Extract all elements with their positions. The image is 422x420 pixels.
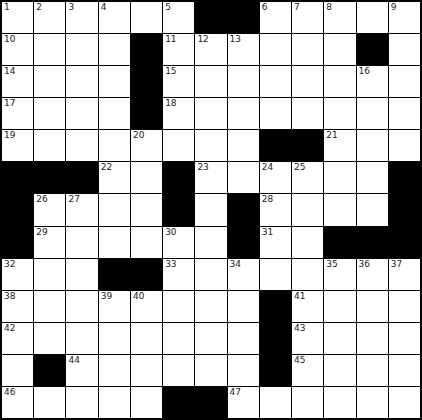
white-cell[interactable] xyxy=(389,291,420,322)
white-cell[interactable] xyxy=(389,34,420,65)
white-cell[interactable] xyxy=(131,355,162,386)
white-cell[interactable] xyxy=(99,387,130,418)
white-cell[interactable] xyxy=(131,323,162,354)
black-cell xyxy=(34,162,65,193)
clue-number: 18 xyxy=(165,99,176,108)
white-cell[interactable] xyxy=(195,227,226,258)
clue-number: 28 xyxy=(262,195,273,204)
clue-number: 38 xyxy=(4,292,15,301)
clue-number: 46 xyxy=(4,388,15,397)
white-cell[interactable] xyxy=(357,323,388,354)
white-cell[interactable]: 41 xyxy=(292,291,323,322)
clue-number: 2 xyxy=(36,3,42,12)
clue-number: 44 xyxy=(68,356,79,365)
black-cell xyxy=(131,66,162,97)
white-cell[interactable] xyxy=(131,2,162,33)
white-cell[interactable] xyxy=(195,355,226,386)
white-cell[interactable]: 24 xyxy=(260,162,291,193)
black-cell xyxy=(2,227,33,258)
white-cell[interactable]: 46 xyxy=(2,387,33,418)
white-cell[interactable] xyxy=(357,355,388,386)
clue-number: 42 xyxy=(4,324,15,333)
white-cell[interactable]: 45 xyxy=(292,355,323,386)
black-cell xyxy=(228,227,259,258)
white-cell[interactable] xyxy=(195,98,226,129)
white-cell[interactable] xyxy=(195,291,226,322)
clue-number: 19 xyxy=(4,131,15,140)
clue-number: 33 xyxy=(165,260,176,269)
white-cell[interactable] xyxy=(66,66,97,97)
clue-number: 9 xyxy=(391,3,397,12)
white-cell[interactable]: 26 xyxy=(34,194,65,225)
white-cell[interactable]: 37 xyxy=(389,259,420,290)
black-cell xyxy=(131,34,162,65)
black-cell xyxy=(195,387,226,418)
clue-number: 30 xyxy=(165,228,176,237)
white-cell[interactable] xyxy=(195,130,226,161)
clue-number: 36 xyxy=(359,260,370,269)
white-cell[interactable]: 12 xyxy=(195,34,226,65)
white-cell[interactable]: 20 xyxy=(131,130,162,161)
black-cell xyxy=(99,259,130,290)
white-cell[interactable] xyxy=(228,323,259,354)
clue-number: 41 xyxy=(294,292,305,301)
clue-number: 47 xyxy=(230,388,241,397)
white-cell[interactable] xyxy=(389,98,420,129)
clue-number: 35 xyxy=(326,260,337,269)
white-cell[interactable]: 11 xyxy=(163,34,194,65)
black-cell xyxy=(324,227,355,258)
clue-number: 22 xyxy=(101,163,112,172)
white-cell[interactable] xyxy=(34,98,65,129)
black-cell xyxy=(163,162,194,193)
clue-number: 13 xyxy=(230,35,241,44)
clue-number: 25 xyxy=(294,163,305,172)
black-cell xyxy=(228,2,259,33)
clue-number: 6 xyxy=(262,3,268,12)
white-cell[interactable] xyxy=(66,387,97,418)
white-cell[interactable] xyxy=(357,162,388,193)
white-cell[interactable]: 8 xyxy=(324,2,355,33)
clue-number: 5 xyxy=(165,3,171,12)
white-cell[interactable] xyxy=(34,259,65,290)
white-cell[interactable] xyxy=(99,98,130,129)
clue-number: 10 xyxy=(4,35,15,44)
white-cell[interactable]: 16 xyxy=(357,66,388,97)
white-cell[interactable] xyxy=(34,34,65,65)
white-cell[interactable] xyxy=(34,323,65,354)
black-cell xyxy=(66,162,97,193)
clue-number: 12 xyxy=(197,35,208,44)
black-cell xyxy=(2,194,33,225)
black-cell xyxy=(292,130,323,161)
white-cell[interactable] xyxy=(357,194,388,225)
clue-number: 43 xyxy=(294,324,305,333)
black-cell xyxy=(34,355,65,386)
clue-number: 32 xyxy=(4,260,15,269)
white-cell[interactable] xyxy=(99,194,130,225)
clue-number: 15 xyxy=(165,67,176,76)
white-cell[interactable] xyxy=(357,98,388,129)
clue-number: 17 xyxy=(4,99,15,108)
black-cell xyxy=(260,291,291,322)
white-cell[interactable] xyxy=(195,66,226,97)
white-cell[interactable]: 33 xyxy=(163,259,194,290)
white-cell[interactable]: 38 xyxy=(2,291,33,322)
clue-number: 26 xyxy=(36,195,47,204)
clue-number: 29 xyxy=(36,228,47,237)
white-cell[interactable]: 44 xyxy=(66,355,97,386)
black-cell xyxy=(163,194,194,225)
clue-number: 31 xyxy=(262,228,273,237)
white-cell[interactable] xyxy=(99,66,130,97)
white-cell[interactable] xyxy=(99,130,130,161)
clue-number: 37 xyxy=(391,260,402,269)
white-cell[interactable] xyxy=(195,194,226,225)
white-cell[interactable] xyxy=(66,259,97,290)
clue-number: 11 xyxy=(165,35,176,44)
white-cell[interactable] xyxy=(260,387,291,418)
clue-number: 23 xyxy=(197,163,208,172)
white-cell[interactable] xyxy=(34,387,65,418)
clue-number: 1 xyxy=(4,3,10,12)
white-cell[interactable] xyxy=(292,194,323,225)
crossword-grid: 1234567891011121314151617181920212223242… xyxy=(0,0,422,420)
white-cell[interactable]: 13 xyxy=(228,34,259,65)
black-cell xyxy=(131,98,162,129)
white-cell[interactable] xyxy=(389,66,420,97)
white-cell[interactable] xyxy=(99,34,130,65)
white-cell[interactable] xyxy=(389,323,420,354)
white-cell[interactable] xyxy=(66,34,97,65)
white-cell[interactable] xyxy=(292,98,323,129)
white-cell[interactable] xyxy=(34,130,65,161)
white-cell[interactable] xyxy=(195,259,226,290)
white-cell[interactable] xyxy=(163,323,194,354)
white-cell[interactable]: 7 xyxy=(292,2,323,33)
white-cell[interactable]: 39 xyxy=(99,291,130,322)
white-cell[interactable] xyxy=(163,355,194,386)
white-cell[interactable] xyxy=(228,162,259,193)
black-cell xyxy=(131,259,162,290)
white-cell[interactable] xyxy=(34,291,65,322)
white-cell[interactable] xyxy=(131,194,162,225)
clue-number: 7 xyxy=(294,3,300,12)
clue-number: 20 xyxy=(133,131,144,140)
white-cell[interactable] xyxy=(324,355,355,386)
white-cell[interactable]: 29 xyxy=(34,227,65,258)
clue-number: 24 xyxy=(262,163,273,172)
white-cell[interactable] xyxy=(357,130,388,161)
black-cell xyxy=(228,194,259,225)
white-cell[interactable] xyxy=(292,227,323,258)
white-cell[interactable] xyxy=(260,98,291,129)
white-cell[interactable]: 14 xyxy=(2,66,33,97)
black-cell xyxy=(260,355,291,386)
white-cell[interactable]: 47 xyxy=(228,387,259,418)
white-cell[interactable] xyxy=(228,66,259,97)
white-cell[interactable]: 42 xyxy=(2,323,33,354)
white-cell[interactable] xyxy=(228,98,259,129)
white-cell[interactable] xyxy=(324,66,355,97)
white-cell[interactable] xyxy=(66,130,97,161)
black-cell xyxy=(260,323,291,354)
white-cell[interactable] xyxy=(357,387,388,418)
white-cell[interactable]: 32 xyxy=(2,259,33,290)
black-cell xyxy=(357,227,388,258)
black-cell xyxy=(2,162,33,193)
white-cell[interactable]: 19 xyxy=(2,130,33,161)
white-cell[interactable]: 21 xyxy=(324,130,355,161)
white-cell[interactable]: 31 xyxy=(260,227,291,258)
white-cell[interactable] xyxy=(324,98,355,129)
white-cell[interactable] xyxy=(292,66,323,97)
white-cell[interactable] xyxy=(99,355,130,386)
clue-number: 16 xyxy=(359,67,370,76)
white-cell[interactable] xyxy=(292,259,323,290)
white-cell[interactable]: 36 xyxy=(357,259,388,290)
white-cell[interactable]: 6 xyxy=(260,2,291,33)
white-cell[interactable] xyxy=(389,130,420,161)
white-cell[interactable]: 18 xyxy=(163,98,194,129)
white-cell[interactable]: 35 xyxy=(324,259,355,290)
white-cell[interactable]: 28 xyxy=(260,194,291,225)
white-cell[interactable] xyxy=(131,387,162,418)
white-cell[interactable]: 23 xyxy=(195,162,226,193)
white-cell[interactable] xyxy=(228,291,259,322)
white-cell[interactable]: 5 xyxy=(163,2,194,33)
white-cell[interactable] xyxy=(357,291,388,322)
clue-number: 45 xyxy=(294,356,305,365)
clue-number: 40 xyxy=(133,292,144,301)
clue-number: 8 xyxy=(326,3,332,12)
white-cell[interactable] xyxy=(131,227,162,258)
white-cell[interactable] xyxy=(163,291,194,322)
white-cell[interactable]: 2 xyxy=(34,2,65,33)
white-cell[interactable] xyxy=(260,34,291,65)
clue-number: 27 xyxy=(68,195,79,204)
white-cell[interactable]: 27 xyxy=(66,194,97,225)
white-cell[interactable] xyxy=(99,227,130,258)
black-cell xyxy=(260,130,291,161)
white-cell[interactable]: 1 xyxy=(2,2,33,33)
white-cell[interactable] xyxy=(357,2,388,33)
white-cell[interactable] xyxy=(131,162,162,193)
white-cell[interactable]: 25 xyxy=(292,162,323,193)
white-cell[interactable] xyxy=(260,259,291,290)
white-cell[interactable]: 22 xyxy=(99,162,130,193)
clue-number: 21 xyxy=(326,131,337,140)
white-cell[interactable] xyxy=(292,34,323,65)
white-cell[interactable] xyxy=(2,355,33,386)
white-cell[interactable]: 10 xyxy=(2,34,33,65)
white-cell[interactable] xyxy=(324,162,355,193)
white-cell[interactable]: 40 xyxy=(131,291,162,322)
black-cell xyxy=(389,194,420,225)
white-cell[interactable]: 34 xyxy=(228,259,259,290)
white-cell[interactable] xyxy=(66,227,97,258)
white-cell[interactable] xyxy=(324,387,355,418)
white-cell[interactable] xyxy=(292,387,323,418)
white-cell[interactable] xyxy=(324,291,355,322)
black-cell xyxy=(195,2,226,33)
clue-number: 34 xyxy=(230,260,241,269)
white-cell[interactable]: 30 xyxy=(163,227,194,258)
white-cell[interactable] xyxy=(99,323,130,354)
white-cell[interactable]: 43 xyxy=(292,323,323,354)
clue-number: 39 xyxy=(101,292,112,301)
clue-number: 14 xyxy=(4,67,15,76)
white-cell[interactable] xyxy=(66,291,97,322)
white-cell[interactable] xyxy=(324,323,355,354)
white-cell[interactable]: 9 xyxy=(389,2,420,33)
white-cell[interactable] xyxy=(34,66,65,97)
white-cell[interactable] xyxy=(66,98,97,129)
black-cell xyxy=(357,34,388,65)
white-cell[interactable] xyxy=(324,34,355,65)
white-cell[interactable] xyxy=(195,323,226,354)
black-cell xyxy=(389,162,420,193)
white-cell[interactable] xyxy=(389,387,420,418)
clue-number: 4 xyxy=(101,3,107,12)
white-cell[interactable] xyxy=(66,323,97,354)
white-cell[interactable]: 4 xyxy=(99,2,130,33)
white-cell[interactable] xyxy=(228,355,259,386)
white-cell[interactable] xyxy=(163,130,194,161)
white-cell[interactable]: 15 xyxy=(163,66,194,97)
white-cell[interactable] xyxy=(260,66,291,97)
white-cell[interactable] xyxy=(389,355,420,386)
white-cell[interactable]: 3 xyxy=(66,2,97,33)
white-cell[interactable] xyxy=(228,130,259,161)
white-cell[interactable]: 17 xyxy=(2,98,33,129)
black-cell xyxy=(389,227,420,258)
white-cell[interactable] xyxy=(324,194,355,225)
black-cell xyxy=(163,387,194,418)
clue-number: 3 xyxy=(68,3,74,12)
